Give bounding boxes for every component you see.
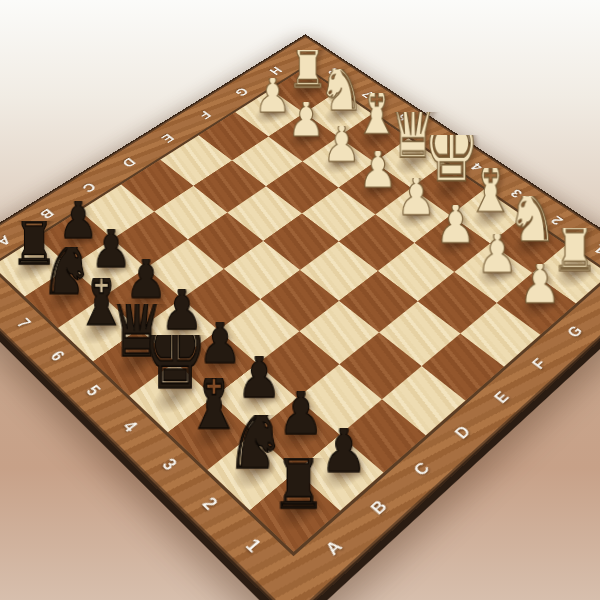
product-photo-background: ABCDEFGH ABCDEFGH 12345678 12345678 ♜♞♟♝… — [0, 0, 600, 600]
piece-shadow — [37, 275, 97, 320]
piece-shadow — [82, 246, 140, 289]
piece-shadow — [503, 224, 558, 266]
chess-board: ABCDEFGH ABCDEFGH 12345678 12345678 ♜♞♟♝… — [0, 36, 600, 600]
playing-area: ♜♞♟♝♟♛♟♚♟♝♟♞♟♟♜♟♟♜♟♟♞♟♝♟♛♟♚♟♝♟♞♜ — [0, 68, 600, 551]
piece-shadow — [116, 276, 175, 321]
square-g3: ♟ — [414, 215, 490, 272]
board-frame: ABCDEFGH ABCDEFGH 12345678 12345678 ♜♞♟♝… — [0, 36, 600, 600]
photo-scene: ABCDEFGH ABCDEFGH 12345678 12345678 ♜♞♟♝… — [0, 0, 600, 600]
square-f4 — [338, 214, 414, 271]
